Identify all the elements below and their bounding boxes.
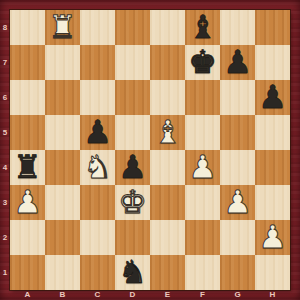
square-b2[interactable] bbox=[45, 220, 80, 255]
square-h6[interactable]: ♟ bbox=[255, 80, 290, 115]
square-e7[interactable] bbox=[150, 45, 185, 80]
square-a4[interactable]: ♜ bbox=[10, 150, 45, 185]
square-h5[interactable] bbox=[255, 115, 290, 150]
file-label-h: H bbox=[255, 289, 290, 300]
square-h8[interactable] bbox=[255, 10, 290, 45]
square-f2[interactable] bbox=[185, 220, 220, 255]
file-label-e: E bbox=[150, 289, 185, 300]
rank-label-2: 2 bbox=[0, 220, 10, 255]
square-g8[interactable] bbox=[220, 10, 255, 45]
square-h1[interactable] bbox=[255, 255, 290, 290]
white-pawn[interactable]: ♟ bbox=[258, 220, 287, 255]
square-g5[interactable] bbox=[220, 115, 255, 150]
board-frame: 87654321 ♜♝♚♟♟♟♝♜♞♟♟♟♚♟♟♞ ABCDEFGH bbox=[0, 0, 300, 300]
square-d7[interactable] bbox=[115, 45, 150, 80]
square-f6[interactable] bbox=[185, 80, 220, 115]
square-b4[interactable] bbox=[45, 150, 80, 185]
rank-label-4: 4 bbox=[0, 150, 10, 185]
black-bishop[interactable]: ♝ bbox=[188, 10, 217, 45]
square-g3[interactable]: ♟ bbox=[220, 185, 255, 220]
square-b5[interactable] bbox=[45, 115, 80, 150]
square-f8[interactable]: ♝ bbox=[185, 10, 220, 45]
square-e8[interactable] bbox=[150, 10, 185, 45]
rank-label-5: 5 bbox=[0, 115, 10, 150]
square-b8[interactable]: ♜ bbox=[45, 10, 80, 45]
square-b3[interactable] bbox=[45, 185, 80, 220]
square-f4[interactable]: ♟ bbox=[185, 150, 220, 185]
square-f1[interactable] bbox=[185, 255, 220, 290]
square-b7[interactable] bbox=[45, 45, 80, 80]
file-label-a: A bbox=[10, 289, 45, 300]
square-h7[interactable] bbox=[255, 45, 290, 80]
square-d2[interactable] bbox=[115, 220, 150, 255]
rank-label-1: 1 bbox=[0, 255, 10, 290]
square-c1[interactable] bbox=[80, 255, 115, 290]
rank-labels: 87654321 bbox=[0, 10, 10, 290]
white-pawn[interactable]: ♟ bbox=[13, 185, 42, 220]
square-g1[interactable] bbox=[220, 255, 255, 290]
square-c5[interactable]: ♟ bbox=[80, 115, 115, 150]
square-h2[interactable]: ♟ bbox=[255, 220, 290, 255]
square-e4[interactable] bbox=[150, 150, 185, 185]
black-knight[interactable]: ♞ bbox=[118, 255, 147, 290]
square-d6[interactable] bbox=[115, 80, 150, 115]
square-h4[interactable] bbox=[255, 150, 290, 185]
square-e1[interactable] bbox=[150, 255, 185, 290]
square-e3[interactable] bbox=[150, 185, 185, 220]
white-knight[interactable]: ♞ bbox=[83, 150, 112, 185]
square-f7[interactable]: ♚ bbox=[185, 45, 220, 80]
square-a1[interactable] bbox=[10, 255, 45, 290]
black-rook[interactable]: ♜ bbox=[13, 150, 42, 185]
square-a8[interactable] bbox=[10, 10, 45, 45]
black-pawn[interactable]: ♟ bbox=[258, 80, 287, 115]
square-e2[interactable] bbox=[150, 220, 185, 255]
black-pawn[interactable]: ♟ bbox=[118, 150, 147, 185]
white-pawn[interactable]: ♟ bbox=[188, 150, 217, 185]
square-c8[interactable] bbox=[80, 10, 115, 45]
white-pawn[interactable]: ♟ bbox=[223, 185, 252, 220]
white-king[interactable]: ♚ bbox=[118, 185, 147, 220]
square-d3[interactable]: ♚ bbox=[115, 185, 150, 220]
file-labels: ABCDEFGH bbox=[10, 289, 290, 300]
file-label-f: F bbox=[185, 289, 220, 300]
square-c4[interactable]: ♞ bbox=[80, 150, 115, 185]
rank-label-7: 7 bbox=[0, 45, 10, 80]
square-h3[interactable] bbox=[255, 185, 290, 220]
square-d1[interactable]: ♞ bbox=[115, 255, 150, 290]
square-a6[interactable] bbox=[10, 80, 45, 115]
square-f3[interactable] bbox=[185, 185, 220, 220]
square-g6[interactable] bbox=[220, 80, 255, 115]
white-bishop[interactable]: ♝ bbox=[153, 115, 182, 150]
square-b6[interactable] bbox=[45, 80, 80, 115]
square-c3[interactable] bbox=[80, 185, 115, 220]
square-a5[interactable] bbox=[10, 115, 45, 150]
square-g4[interactable] bbox=[220, 150, 255, 185]
square-e6[interactable] bbox=[150, 80, 185, 115]
black-king[interactable]: ♚ bbox=[188, 45, 217, 80]
file-label-c: C bbox=[80, 289, 115, 300]
square-b1[interactable] bbox=[45, 255, 80, 290]
square-g7[interactable]: ♟ bbox=[220, 45, 255, 80]
square-d8[interactable] bbox=[115, 10, 150, 45]
square-a7[interactable] bbox=[10, 45, 45, 80]
square-c7[interactable] bbox=[80, 45, 115, 80]
square-c2[interactable] bbox=[80, 220, 115, 255]
file-label-g: G bbox=[220, 289, 255, 300]
square-d5[interactable] bbox=[115, 115, 150, 150]
square-g2[interactable] bbox=[220, 220, 255, 255]
file-label-b: B bbox=[45, 289, 80, 300]
square-e5[interactable]: ♝ bbox=[150, 115, 185, 150]
square-a3[interactable]: ♟ bbox=[10, 185, 45, 220]
black-pawn[interactable]: ♟ bbox=[223, 45, 252, 80]
chess-board: ♜♝♚♟♟♟♝♜♞♟♟♟♚♟♟♞ bbox=[10, 10, 290, 290]
square-d4[interactable]: ♟ bbox=[115, 150, 150, 185]
square-f5[interactable] bbox=[185, 115, 220, 150]
square-c6[interactable] bbox=[80, 80, 115, 115]
square-a2[interactable] bbox=[10, 220, 45, 255]
rank-label-8: 8 bbox=[0, 10, 10, 45]
black-pawn[interactable]: ♟ bbox=[83, 115, 112, 150]
rank-label-6: 6 bbox=[0, 80, 10, 115]
white-rook[interactable]: ♜ bbox=[48, 10, 77, 45]
rank-label-3: 3 bbox=[0, 185, 10, 220]
